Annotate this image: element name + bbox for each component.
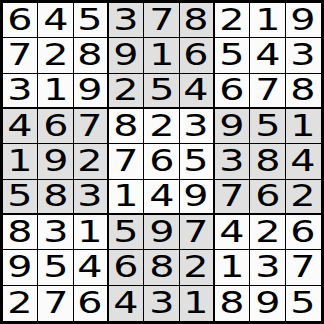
cell-r3c8[interactable]: 7 — [250, 74, 285, 109]
digit: 8 — [43, 180, 68, 213]
cell-r4c7[interactable]: 9 — [215, 109, 250, 144]
cell-r6c9[interactable]: 2 — [286, 180, 321, 215]
digit: 9 — [220, 110, 245, 143]
digit: 5 — [78, 4, 103, 37]
digit: 2 — [43, 39, 68, 72]
cell-r3c1[interactable]: 3 — [3, 74, 38, 109]
cell-r3c2[interactable]: 1 — [38, 74, 73, 109]
digit: 7 — [149, 4, 174, 37]
cell-r9c8[interactable]: 9 — [250, 286, 285, 321]
cell-r2c2[interactable]: 2 — [38, 38, 73, 73]
digit: 7 — [255, 74, 280, 107]
cell-r2c9[interactable]: 3 — [286, 38, 321, 73]
sudoku-puzzle: 6453782197289165433192546784678239511927… — [0, 0, 324, 324]
digit: 5 — [114, 216, 139, 249]
cell-r1c5[interactable]: 7 — [144, 3, 179, 38]
digit: 6 — [8, 4, 33, 37]
digit: 2 — [8, 287, 33, 320]
cell-r9c6[interactable]: 1 — [180, 286, 215, 321]
cell-r5c4[interactable]: 7 — [109, 144, 144, 179]
digit: 5 — [43, 251, 68, 284]
digit: 6 — [291, 216, 316, 249]
cell-r3c4[interactable]: 2 — [109, 74, 144, 109]
digit: 4 — [255, 39, 280, 72]
cell-r6c5[interactable]: 4 — [144, 180, 179, 215]
digit: 5 — [184, 145, 209, 178]
digit: 2 — [78, 145, 103, 178]
digit: 8 — [78, 39, 103, 72]
digit: 2 — [291, 180, 316, 213]
cell-r8c5[interactable]: 8 — [144, 250, 179, 285]
digit: 9 — [8, 251, 33, 284]
digit: 9 — [255, 287, 280, 320]
cell-r1c7[interactable]: 2 — [215, 3, 250, 38]
digit: 6 — [43, 110, 68, 143]
cell-r6c2[interactable]: 8 — [38, 180, 73, 215]
digit: 6 — [78, 287, 103, 320]
digit: 8 — [255, 145, 280, 178]
cell-r7c7[interactable]: 4 — [215, 215, 250, 250]
cell-r8c1[interactable]: 9 — [3, 250, 38, 285]
digit: 8 — [220, 287, 245, 320]
cell-r9c5[interactable]: 3 — [144, 286, 179, 321]
digit: 5 — [8, 180, 33, 213]
digit: 2 — [220, 4, 245, 37]
digit: 4 — [43, 4, 68, 37]
cell-r5c3[interactable]: 2 — [74, 144, 109, 179]
digit: 9 — [291, 4, 316, 37]
cell-r6c7[interactable]: 7 — [215, 180, 250, 215]
digit: 7 — [78, 110, 103, 143]
cell-r9c9[interactable]: 5 — [286, 286, 321, 321]
digit: 2 — [114, 74, 139, 107]
digit: 6 — [149, 145, 174, 178]
cell-r4c5[interactable]: 2 — [144, 109, 179, 144]
digit: 3 — [220, 145, 245, 178]
digit: 1 — [220, 251, 245, 284]
digit: 7 — [184, 216, 209, 249]
digit: 7 — [8, 39, 33, 72]
cell-r5c1[interactable]: 1 — [3, 144, 38, 179]
cell-r1c9[interactable]: 9 — [286, 3, 321, 38]
cell-r1c8[interactable]: 1 — [250, 3, 285, 38]
cell-r1c6[interactable]: 8 — [180, 3, 215, 38]
cell-r9c4[interactable]: 4 — [109, 286, 144, 321]
cell-r5c6[interactable]: 5 — [180, 144, 215, 179]
cell-r8c7[interactable]: 1 — [215, 250, 250, 285]
digit: 7 — [114, 145, 139, 178]
digit: 4 — [114, 287, 139, 320]
digit: 1 — [255, 4, 280, 37]
digit: 1 — [114, 180, 139, 213]
digit: 4 — [78, 251, 103, 284]
digit: 7 — [220, 180, 245, 213]
cell-r4c9[interactable]: 1 — [286, 109, 321, 144]
digit: 3 — [184, 110, 209, 143]
digit: 1 — [184, 287, 209, 320]
cell-r9c7[interactable]: 8 — [215, 286, 250, 321]
cell-r7c5[interactable]: 9 — [144, 215, 179, 250]
cell-r9c2[interactable]: 7 — [38, 286, 73, 321]
digit: 4 — [184, 74, 209, 107]
cell-r1c1[interactable]: 6 — [3, 3, 38, 38]
cell-r2c1[interactable]: 7 — [3, 38, 38, 73]
cell-r5c9[interactable]: 4 — [286, 144, 321, 179]
cell-r8c4[interactable]: 6 — [109, 250, 144, 285]
cell-r3c5[interactable]: 5 — [144, 74, 179, 109]
cell-r8c3[interactable]: 4 — [74, 250, 109, 285]
cell-r1c3[interactable]: 5 — [74, 3, 109, 38]
cell-r8c9[interactable]: 7 — [286, 250, 321, 285]
cell-r7c1[interactable]: 8 — [3, 215, 38, 250]
digit: 6 — [184, 39, 209, 72]
cell-r2c4[interactable]: 9 — [109, 38, 144, 73]
digit: 3 — [43, 216, 68, 249]
digit: 2 — [184, 251, 209, 284]
digit: 1 — [43, 74, 68, 107]
digit: 3 — [8, 74, 33, 107]
digit: 9 — [78, 74, 103, 107]
cell-r8c6[interactable]: 2 — [180, 250, 215, 285]
cell-r7c4[interactable]: 5 — [109, 215, 144, 250]
cell-r3c7[interactable]: 6 — [215, 74, 250, 109]
digit: 2 — [255, 216, 280, 249]
digit: 8 — [8, 216, 33, 249]
digit: 1 — [8, 145, 33, 178]
digit: 3 — [78, 180, 103, 213]
digit: 7 — [291, 251, 316, 284]
cell-r4c1[interactable]: 4 — [3, 109, 38, 144]
cell-r3c3[interactable]: 9 — [74, 74, 109, 109]
cell-r9c1[interactable]: 2 — [3, 286, 38, 321]
digit: 1 — [149, 39, 174, 72]
digit: 6 — [255, 180, 280, 213]
digit: 3 — [255, 251, 280, 284]
cell-r4c8[interactable]: 5 — [250, 109, 285, 144]
digit: 6 — [114, 251, 139, 284]
cell-r5c5[interactable]: 6 — [144, 144, 179, 179]
digit: 4 — [220, 216, 245, 249]
cell-r6c6[interactable]: 9 — [180, 180, 215, 215]
digit: 9 — [149, 216, 174, 249]
cell-r4c3[interactable]: 7 — [74, 109, 109, 144]
cell-r2c3[interactable]: 8 — [74, 38, 109, 73]
digit: 9 — [43, 145, 68, 178]
cell-r7c9[interactable]: 6 — [286, 215, 321, 250]
sudoku-board: 6453782197289165433192546784678239511927… — [0, 0, 324, 324]
cell-r2c6[interactable]: 6 — [180, 38, 215, 73]
digit: 3 — [149, 287, 174, 320]
digit: 3 — [291, 39, 316, 72]
cell-r7c6[interactable]: 7 — [180, 215, 215, 250]
digit: 4 — [291, 145, 316, 178]
cell-r3c9[interactable]: 8 — [286, 74, 321, 109]
digit: 8 — [149, 251, 174, 284]
cell-r4c2[interactable]: 6 — [38, 109, 73, 144]
cell-r8c2[interactable]: 5 — [38, 250, 73, 285]
digit: 4 — [8, 110, 33, 143]
digit: 8 — [114, 110, 139, 143]
digit: 5 — [291, 287, 316, 320]
digit: 3 — [114, 4, 139, 37]
digit: 1 — [291, 110, 316, 143]
digit: 5 — [149, 74, 174, 107]
digit: 7 — [43, 287, 68, 320]
cell-r6c8[interactable]: 6 — [250, 180, 285, 215]
cell-r2c8[interactable]: 4 — [250, 38, 285, 73]
cell-r7c2[interactable]: 3 — [38, 215, 73, 250]
digit: 6 — [220, 74, 245, 107]
digit: 9 — [184, 180, 209, 213]
digit: 8 — [291, 74, 316, 107]
digit: 9 — [114, 39, 139, 72]
cell-r4c4[interactable]: 8 — [109, 109, 144, 144]
cell-r5c2[interactable]: 9 — [38, 144, 73, 179]
digit: 8 — [184, 4, 209, 37]
cell-r6c4[interactable]: 1 — [109, 180, 144, 215]
cell-r7c8[interactable]: 2 — [250, 215, 285, 250]
cell-r8c8[interactable]: 3 — [250, 250, 285, 285]
cell-r5c7[interactable]: 3 — [215, 144, 250, 179]
cell-r1c4[interactable]: 3 — [109, 3, 144, 38]
cell-r2c5[interactable]: 1 — [144, 38, 179, 73]
cell-r3c6[interactable]: 4 — [180, 74, 215, 109]
cell-r7c3[interactable]: 1 — [74, 215, 109, 250]
digit: 5 — [255, 110, 280, 143]
cell-r4c6[interactable]: 3 — [180, 109, 215, 144]
digit: 2 — [149, 110, 174, 143]
digit: 4 — [149, 180, 174, 213]
cell-r2c7[interactable]: 5 — [215, 38, 250, 73]
cell-r5c8[interactable]: 8 — [250, 144, 285, 179]
digit: 1 — [78, 216, 103, 249]
cell-r6c1[interactable]: 5 — [3, 180, 38, 215]
cell-r9c3[interactable]: 6 — [74, 286, 109, 321]
cell-r1c2[interactable]: 4 — [38, 3, 73, 38]
digit: 5 — [220, 39, 245, 72]
cell-r6c3[interactable]: 3 — [74, 180, 109, 215]
